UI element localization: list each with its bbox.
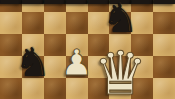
square-h5[interactable] <box>153 34 175 56</box>
square-h6[interactable] <box>153 12 175 34</box>
square-d4[interactable]: ♟ <box>66 56 88 78</box>
white-queen[interactable]: ♛ <box>93 43 147 99</box>
chess-app-screenshot: ♟♟♟♟♟♟♟♟♞♞♟♛ <box>0 0 175 99</box>
square-c6[interactable] <box>44 12 66 34</box>
white-pawn[interactable]: ♟ <box>60 45 92 81</box>
black-knight[interactable]: ♞ <box>102 0 138 38</box>
square-h4[interactable] <box>153 56 175 78</box>
square-b4[interactable]: ♞ <box>22 56 44 78</box>
square-h3[interactable] <box>153 78 175 99</box>
square-f6[interactable]: ♞ <box>109 12 131 34</box>
chess-board: ♟♟♟♟♟♟♟♟♞♞♟♛ <box>0 0 175 99</box>
square-b6[interactable] <box>22 12 44 34</box>
square-h7[interactable]: ♟ <box>153 0 175 12</box>
square-a6[interactable] <box>0 12 22 34</box>
black-pawn[interactable]: ♟ <box>148 0 175 10</box>
square-d6[interactable] <box>66 12 88 34</box>
square-f3[interactable]: ♛ <box>109 78 131 99</box>
black-knight[interactable]: ♞ <box>15 42 51 82</box>
